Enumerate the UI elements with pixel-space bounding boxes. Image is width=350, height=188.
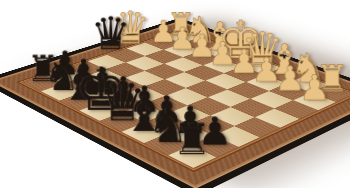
board-scene: ♜♟♟♜♞♟♟♞♝♟♟♝♚♟♟♚♛♟♟♛♝♟♟♝♞♟♟♞♜♟♟♜♛♛: [0, 0, 350, 188]
pieces-layer: ♜♟♟♜♞♟♟♞♝♟♟♝♚♟♟♚♛♟♟♛♝♟♟♝♞♟♟♞♜♟♟♜♛♛: [23, 31, 350, 168]
chess-board: ♜♟♟♜♞♟♟♞♝♟♟♝♚♟♟♚♛♟♟♛♝♟♟♝♞♟♟♞♜♟♟♜♛♛: [0, 18, 350, 188]
board-inlay-border: ♜♟♟♜♞♟♟♞♝♟♟♝♚♟♟♚♛♟♟♛♝♟♟♝♞♟♟♞♜♟♟♜♛♛: [16, 29, 350, 172]
product-photo-backdrop: ♜♟♟♜♞♟♟♞♝♟♟♝♚♟♟♚♛♟♟♛♝♟♟♝♞♟♟♞♜♟♟♜♛♛: [0, 0, 350, 188]
black-rook-piece-glyph: ♜: [151, 120, 234, 160]
board-walnut-frame: ♜♟♟♜♞♟♟♞♝♟♟♝♚♟♟♚♛♟♟♛♝♟♟♝♞♟♟♞♜♟♟♜♛♛: [0, 23, 350, 185]
white-pawn-piece-glyph: ♟: [278, 72, 350, 104]
board-molded-edge: ♜♟♟♜♞♟♟♞♝♟♟♝♚♟♟♚♛♟♟♛♝♟♟♝♞♟♟♞♜♟♟♜♛♛: [0, 21, 350, 188]
white-pawn-piece: ♟: [293, 92, 336, 110]
black-rook-piece: ♜: [168, 145, 216, 168]
playing-area: ♜♟♟♜♞♟♟♞♝♟♟♝♚♟♟♚♛♟♟♛♝♟♟♝♞♟♟♞♜♟♟♜♛♛: [23, 31, 350, 168]
